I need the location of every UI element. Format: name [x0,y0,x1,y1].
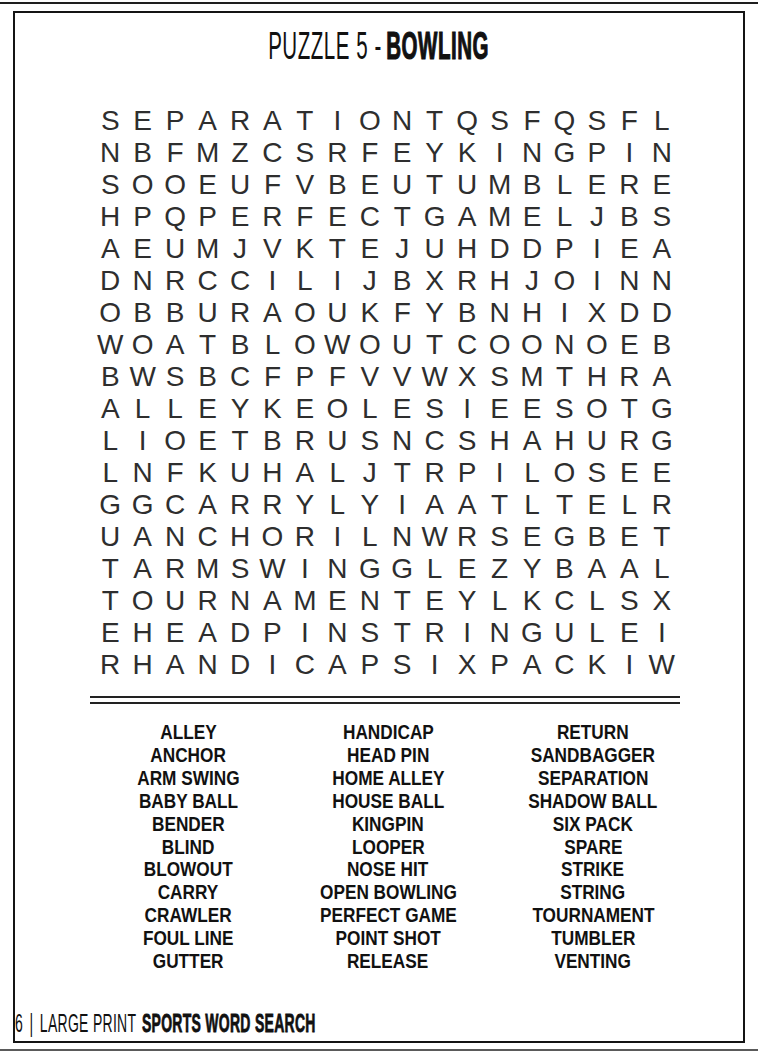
grid-cell: U [191,297,223,329]
grid-cell: N [613,265,645,297]
grid-cell: T [418,105,450,137]
word-list-item: HANDICAP [288,721,488,744]
grid-cell: X [581,297,613,329]
grid-cell: S [483,361,515,393]
grid-cell: T [94,553,126,585]
word-list-item: VENTING [488,950,698,973]
grid-cell: S [581,105,613,137]
grid-cell: W [321,329,353,361]
grid-cell: S [483,105,515,137]
grid-cell: C [354,201,386,233]
grid-cell: C [224,361,256,393]
grid-cell: L [418,553,450,585]
grid-cell: P [483,649,515,681]
word-list-item: CARRY [88,881,288,904]
grid-cell: N [126,265,158,297]
grid-cell: H [548,425,580,457]
grid-cell: J [516,265,548,297]
grid-cell: O [548,457,580,489]
word-list-item: TOURNAMENT [488,904,698,927]
grid-cell: D [613,297,645,329]
grid-cell: Y [418,297,450,329]
grid-cell: V [386,361,418,393]
grid-cell: T [289,105,321,137]
grid-cell: I [483,137,515,169]
grid-cell: D [646,297,678,329]
grid-cell: G [354,553,386,585]
grid-cell: U [224,169,256,201]
grid-cell: T [386,201,418,233]
grid-cell: L [646,105,678,137]
grid-cell: T [418,169,450,201]
grid-cell: A [613,553,645,585]
grid-cell: R [256,201,288,233]
grid-cell: M [191,233,223,265]
grid-cell: C [289,649,321,681]
grid-cell: O [159,169,191,201]
word-list-item: BABY BALL [88,790,288,813]
word-list-item: GUTTER [88,950,288,973]
grid-cell: L [256,329,288,361]
grid-cell: A [581,553,613,585]
grid-cell: Y [354,489,386,521]
grid-cell: F [159,137,191,169]
grid-cell: F [159,457,191,489]
grid-cell: I [321,521,353,553]
grid-cell: E [613,233,645,265]
grid-cell: N [386,425,418,457]
grid-cell: L [646,553,678,585]
word-list-item: STRING [488,881,698,904]
grid-cell: W [256,553,288,585]
grid-cell: E [613,457,645,489]
grid-cell: E [613,521,645,553]
grid-cell: S [289,137,321,169]
grid-cell: F [613,105,645,137]
grid-cell: O [581,393,613,425]
word-list: ALLEYANCHORARM SWINGBABY BALLBENDERBLIND… [88,721,698,973]
grid-cell: E [613,617,645,649]
grid-cell: P [159,105,191,137]
grid-cell: O [483,329,515,361]
grid-cell: L [354,521,386,553]
grid-cell: U [418,233,450,265]
grid-cell: V [354,361,386,393]
puzzle-grid: SEPARATIONTQSFQSFLNBFMZCSRFEYKINGPINSOOE… [94,105,678,676]
grid-cell: L [613,489,645,521]
grid-cell: A [289,457,321,489]
grid-cell: S [581,457,613,489]
word-list-item: SIX PACK [488,813,698,836]
grid-cell: R [256,489,288,521]
word-list-item: ARM SWING [88,767,288,790]
grid-cell: G [418,201,450,233]
grid-cell: K [516,585,548,617]
word-list-item: LOOPER [288,836,488,859]
grid-cell: E [418,585,450,617]
grid-cell: T [386,585,418,617]
word-list-item: NOSE HIT [288,858,488,881]
footer-book-title: SPORTS WORD SEARCH [142,1009,316,1037]
grid-cell: L [289,265,321,297]
grid-cell: Q [548,105,580,137]
word-list-item: OPEN BOWLING [288,881,488,904]
grid-cell: O [289,329,321,361]
grid-cell: G [646,425,678,457]
grid-cell: J [354,265,386,297]
grid-cell: K [191,457,223,489]
grid-cell: R [321,137,353,169]
grid-cell: M [516,361,548,393]
grid-cell: N [321,617,353,649]
grid-cell: J [386,233,418,265]
grid-cell: E [224,201,256,233]
grid-cell: R [159,265,191,297]
grid-cell: I [418,649,450,681]
grid-cell: S [94,169,126,201]
grid-cell: S [159,361,191,393]
grid-cell: G [548,521,580,553]
grid-cell: B [613,201,645,233]
grid-cell: W [418,361,450,393]
grid-cell: G [646,393,678,425]
grid-cell: R [224,297,256,329]
grid-cell: Y [516,553,548,585]
grid-cell: A [94,233,126,265]
grid-cell: N [321,553,353,585]
grid-cell: L [516,457,548,489]
word-list-separator [90,696,680,704]
grid-cell: E [126,233,158,265]
grid-cell: Y [451,585,483,617]
grid-cell: U [581,425,613,457]
grid-cell: X [451,649,483,681]
grid-cell: D [516,233,548,265]
grid-cell: B [94,361,126,393]
grid-cell: I [256,265,288,297]
grid-cell: N [94,137,126,169]
grid-cell: B [516,169,548,201]
word-list-item: STRIKE [488,858,698,881]
grid-cell: X [646,585,678,617]
grid-cell: F [386,297,418,329]
word-list-column-1: ALLEYANCHORARM SWINGBABY BALLBENDERBLIND… [88,721,288,973]
grid-cell: S [548,393,580,425]
grid-cell: A [516,649,548,681]
word-list-item: TUMBLER [488,927,698,950]
grid-cell: A [256,297,288,329]
grid-cell: C [159,489,191,521]
grid-cell: E [581,169,613,201]
grid-cell: I [321,265,353,297]
grid-cell: Z [224,137,256,169]
grid-cell: X [418,265,450,297]
grid-cell: J [354,457,386,489]
grid-cell: G [386,553,418,585]
grid-cell: R [451,265,483,297]
grid-cell: F [516,105,548,137]
grid-cell: C [224,265,256,297]
grid-cell: P [581,137,613,169]
grid-cell: A [451,489,483,521]
grid-cell: O [548,265,580,297]
grid-cell: B [581,521,613,553]
grid-cell: E [191,169,223,201]
grid-cell: C [451,329,483,361]
grid-cell: N [126,457,158,489]
grid-cell: I [289,553,321,585]
grid-cell: S [354,617,386,649]
grid-cell: T [483,489,515,521]
grid-cell: Y [289,489,321,521]
grid-cell: M [289,585,321,617]
grid-cell: A [321,649,353,681]
grid-cell: N [516,137,548,169]
word-list-item: ANCHOR [88,744,288,767]
grid-cell: W [418,521,450,553]
grid-cell: B [159,297,191,329]
word-list-item: PERFECT GAME [288,904,488,927]
page-number: 6 [15,1009,23,1037]
grid-cell: G [94,489,126,521]
grid-cell: A [256,585,288,617]
grid-cell: M [191,553,223,585]
grid-cell: G [548,137,580,169]
grid-cell: U [548,617,580,649]
grid-cell: U [321,425,353,457]
page-footer: 6|LARGE PRINTSPORTS WORD SEARCH [15,1008,552,1038]
grid-cell: W [94,329,126,361]
grid-cell: B [126,137,158,169]
word-list-item: BENDER [88,813,288,836]
grid-cell: S [224,553,256,585]
grid-cell: F [256,361,288,393]
grid-cell: P [256,617,288,649]
word-list-item: POINT SHOT [288,927,488,950]
grid-cell: S [646,201,678,233]
word-list-column-2: HANDICAPHEAD PINHOME ALLEYHOUSE BALLKING… [288,721,488,973]
grid-cell: F [289,201,321,233]
puzzle-title: PUZZLE 5 -BOWLING [0,26,758,66]
grid-cell: E [581,489,613,521]
grid-cell: E [321,585,353,617]
grid-cell: L [94,425,126,457]
grid-cell: T [191,329,223,361]
grid-cell: A [159,649,191,681]
grid-cell: O [581,329,613,361]
grid-cell: L [126,393,158,425]
grid-cell: S [386,649,418,681]
grid-cell: L [548,201,580,233]
grid-cell: A [256,105,288,137]
grid-cell: F [256,169,288,201]
grid-cell: E [516,521,548,553]
grid-cell: N [483,297,515,329]
grid-cell: C [418,425,450,457]
grid-cell: Q [451,105,483,137]
grid-cell: A [159,329,191,361]
grid-cell: T [386,617,418,649]
grid-cell: I [289,617,321,649]
grid-cell: A [516,425,548,457]
grid-cell: L [321,457,353,489]
word-list-item: HEAD PIN [288,744,488,767]
grid-cell: Z [483,553,515,585]
grid-cell: F [354,137,386,169]
grid-cell: R [418,617,450,649]
grid-cell: U [386,329,418,361]
word-list-item: RELEASE [288,950,488,973]
word-list-item: KINGPIN [288,813,488,836]
grid-cell: S [94,105,126,137]
grid-cell: E [613,329,645,361]
grid-cell: B [224,329,256,361]
grid-cell: B [191,361,223,393]
grid-cell: I [548,297,580,329]
page-top-edge-line [0,2,758,4]
grid-cell: H [256,457,288,489]
grid-cell: E [483,393,515,425]
grid-cell: A [646,361,678,393]
grid-cell: T [418,329,450,361]
grid-cell: N [159,521,191,553]
grid-cell: A [451,201,483,233]
grid-cell: J [224,233,256,265]
page-bottom-edge-line [0,1049,758,1051]
grid-cell: B [451,297,483,329]
grid-cell: N [483,617,515,649]
grid-cell: E [386,393,418,425]
grid-cell: O [256,521,288,553]
grid-cell: K [289,233,321,265]
grid-cell: H [451,233,483,265]
grid-cell: I [451,617,483,649]
grid-cell: I [483,457,515,489]
grid-cell: E [191,425,223,457]
grid-cell: B [646,329,678,361]
grid-cell: A [646,233,678,265]
grid-cell: O [354,329,386,361]
grid-cell: R [224,489,256,521]
grid-cell: B [321,169,353,201]
grid-cell: P [191,201,223,233]
grid-cell: E [516,393,548,425]
grid-cell: P [289,361,321,393]
grid-cell: M [483,201,515,233]
grid-cell: S [354,425,386,457]
grid-cell: C [548,585,580,617]
grid-cell: R [159,553,191,585]
grid-cell: L [581,617,613,649]
word-list-item: BLOWOUT [88,858,288,881]
grid-cell: R [646,489,678,521]
grid-cell: S [451,425,483,457]
grid-cell: U [321,297,353,329]
grid-cell: O [159,425,191,457]
grid-cell: I [613,137,645,169]
grid-cell: O [126,329,158,361]
grid-cell: I [126,425,158,457]
grid-cell: A [418,489,450,521]
grid-cell: E [94,617,126,649]
grid-cell: I [581,265,613,297]
word-list-column-3: RETURNSANDBAGGERSEPARATIONSHADOW BALLSIX… [488,721,698,973]
grid-cell: E [191,393,223,425]
grid-cell: E [354,233,386,265]
footer-series-label: LARGE PRINT [40,1009,136,1037]
grid-cell: J [581,201,613,233]
word-list-item: FOUL LINE [88,927,288,950]
grid-cell: M [483,169,515,201]
grid-cell: H [581,361,613,393]
puzzle-number-label: PUZZLE 5 - [269,25,383,67]
grid-cell: P [451,457,483,489]
grid-cell: K [581,649,613,681]
grid-cell: L [159,393,191,425]
grid-cell: L [94,457,126,489]
grid-cell: A [191,617,223,649]
grid-cell: H [483,425,515,457]
grid-cell: R [191,585,223,617]
grid-cell: I [646,617,678,649]
grid-cell: U [159,585,191,617]
grid-cell: K [256,393,288,425]
grid-cell: D [224,617,256,649]
grid-cell: O [126,585,158,617]
grid-cell: F [321,361,353,393]
grid-cell: N [548,329,580,361]
grid-cell: A [126,553,158,585]
grid-cell: T [548,489,580,521]
grid-cell: E [386,137,418,169]
grid-cell: R [451,521,483,553]
grid-cell: H [126,649,158,681]
grid-cell: D [94,265,126,297]
grid-cell: R [418,457,450,489]
grid-cell: G [516,617,548,649]
word-list-item: ALLEY [88,721,288,744]
word-list-item: CRAWLER [88,904,288,927]
grid-cell: E [354,169,386,201]
grid-cell: E [321,201,353,233]
grid-cell: L [483,585,515,617]
grid-cell: L [321,489,353,521]
grid-cell: P [548,233,580,265]
grid-cell: E [126,105,158,137]
grid-cell: N [646,265,678,297]
grid-cell: G [126,489,158,521]
grid-cell: E [646,169,678,201]
grid-cell: P [126,201,158,233]
grid-cell: O [94,297,126,329]
footer-divider: | [30,1009,34,1037]
word-list-item: SANDBAGGER [488,744,698,767]
grid-cell: H [126,617,158,649]
word-list-item: SEPARATION [488,767,698,790]
grid-cell: V [289,169,321,201]
word-list-item: SPARE [488,836,698,859]
grid-cell: X [451,361,483,393]
grid-cell: I [386,489,418,521]
word-list-item: HOUSE BALL [288,790,488,813]
grid-cell: T [94,585,126,617]
grid-cell: T [613,393,645,425]
grid-cell: W [126,361,158,393]
grid-cell: N [386,521,418,553]
grid-cell: B [386,265,418,297]
grid-cell: O [126,169,158,201]
grid-cell: C [191,265,223,297]
